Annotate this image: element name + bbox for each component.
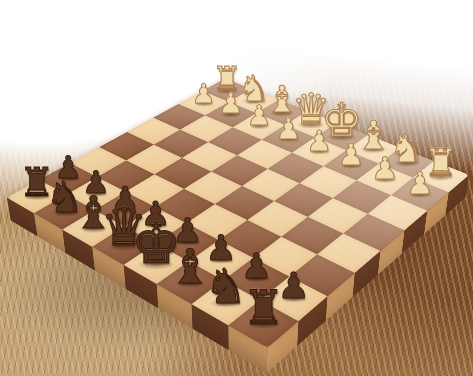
piece-white-p-a2[interactable]: ♟ [192, 80, 216, 107]
piece-white-p-f2[interactable]: ♟ [338, 140, 365, 170]
piece-white-p-e2[interactable]: ♟ [306, 127, 332, 156]
piece-white-p-b2[interactable]: ♟ [218, 91, 243, 119]
piece-white-p-d2[interactable]: ♟ [275, 114, 301, 143]
piece-white-p-c2[interactable]: ♟ [246, 103, 271, 131]
chess-set-photo: ♜♞♟♝♟♛♟♚♟♝♟♞♟♜♟♟♟♟♜♟♞♟♝♟♛♟♚♟♝♟♞♜ [0, 0, 473, 376]
piece-black-r-h8[interactable]: ♜ [242, 284, 284, 331]
piece-white-p-g2[interactable]: ♟ [371, 153, 399, 184]
piece-white-p-h2[interactable]: ♟ [406, 168, 434, 199]
piece-black-n-g8[interactable]: ♞ [204, 262, 247, 310]
